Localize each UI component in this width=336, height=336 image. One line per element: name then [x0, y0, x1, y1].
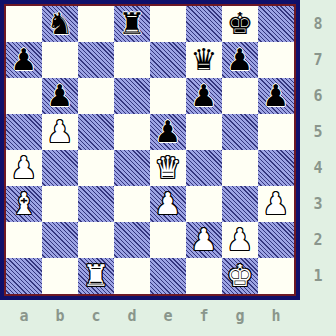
- square-b4[interactable]: [42, 150, 78, 186]
- file-labels: abcdefgh: [6, 300, 294, 336]
- square-e1[interactable]: [150, 258, 186, 294]
- square-f6[interactable]: ♟: [186, 78, 222, 114]
- square-b3[interactable]: [42, 186, 78, 222]
- square-g7[interactable]: ♟: [222, 42, 258, 78]
- square-c1[interactable]: ♜: [78, 258, 114, 294]
- square-e5[interactable]: ♟: [150, 114, 186, 150]
- square-b2[interactable]: [42, 222, 78, 258]
- square-d7[interactable]: [114, 42, 150, 78]
- piece-black-king[interactable]: ♚: [222, 6, 258, 42]
- piece-white-queen[interactable]: ♛: [150, 150, 186, 186]
- piece-white-pawn[interactable]: ♟: [150, 186, 186, 222]
- square-d4[interactable]: [114, 150, 150, 186]
- square-e3[interactable]: ♟: [150, 186, 186, 222]
- piece-white-pawn[interactable]: ♟: [6, 150, 42, 186]
- board-frame: ♞♜♚♟♛♟♟♟♟♟♟♟♛♝♟♟♟♟♜♚: [0, 0, 300, 300]
- piece-white-bishop[interactable]: ♝: [6, 186, 42, 222]
- square-h4[interactable]: [258, 150, 294, 186]
- rank-label-2: 2: [300, 222, 336, 258]
- square-h2[interactable]: [258, 222, 294, 258]
- piece-white-pawn[interactable]: ♟: [42, 114, 78, 150]
- square-a6[interactable]: [6, 78, 42, 114]
- square-f4[interactable]: [186, 150, 222, 186]
- piece-white-pawn[interactable]: ♟: [258, 186, 294, 222]
- square-c7[interactable]: [78, 42, 114, 78]
- file-label-e: e: [150, 300, 186, 336]
- square-c6[interactable]: [78, 78, 114, 114]
- piece-white-rook[interactable]: ♜: [78, 258, 114, 294]
- square-f7[interactable]: ♛: [186, 42, 222, 78]
- piece-white-pawn[interactable]: ♟: [222, 222, 258, 258]
- piece-black-pawn[interactable]: ♟: [258, 78, 294, 114]
- square-g5[interactable]: [222, 114, 258, 150]
- square-a1[interactable]: [6, 258, 42, 294]
- square-b6[interactable]: ♟: [42, 78, 78, 114]
- square-f5[interactable]: [186, 114, 222, 150]
- file-label-h: h: [258, 300, 294, 336]
- file-label-a: a: [6, 300, 42, 336]
- rank-label-4: 4: [300, 150, 336, 186]
- piece-black-pawn[interactable]: ♟: [186, 78, 222, 114]
- square-c5[interactable]: [78, 114, 114, 150]
- square-f8[interactable]: [186, 6, 222, 42]
- square-h5[interactable]: [258, 114, 294, 150]
- square-c4[interactable]: [78, 150, 114, 186]
- square-c8[interactable]: [78, 6, 114, 42]
- square-d5[interactable]: [114, 114, 150, 150]
- rank-label-6: 6: [300, 78, 336, 114]
- square-f3[interactable]: [186, 186, 222, 222]
- piece-black-rook[interactable]: ♜: [114, 6, 150, 42]
- square-h3[interactable]: ♟: [258, 186, 294, 222]
- square-h1[interactable]: [258, 258, 294, 294]
- square-g8[interactable]: ♚: [222, 6, 258, 42]
- square-g3[interactable]: [222, 186, 258, 222]
- rank-label-5: 5: [300, 114, 336, 150]
- square-f1[interactable]: [186, 258, 222, 294]
- square-a5[interactable]: [6, 114, 42, 150]
- square-d6[interactable]: [114, 78, 150, 114]
- piece-black-pawn[interactable]: ♟: [150, 114, 186, 150]
- rank-label-8: 8: [300, 6, 336, 42]
- chess-board: ♞♜♚♟♛♟♟♟♟♟♟♟♛♝♟♟♟♟♜♚: [6, 6, 294, 294]
- square-f2[interactable]: ♟: [186, 222, 222, 258]
- square-b5[interactable]: ♟: [42, 114, 78, 150]
- square-d3[interactable]: [114, 186, 150, 222]
- square-a7[interactable]: ♟: [6, 42, 42, 78]
- square-d1[interactable]: [114, 258, 150, 294]
- rank-label-1: 1: [300, 258, 336, 294]
- square-e6[interactable]: [150, 78, 186, 114]
- square-a2[interactable]: [6, 222, 42, 258]
- square-a3[interactable]: ♝: [6, 186, 42, 222]
- square-a8[interactable]: [6, 6, 42, 42]
- piece-black-queen[interactable]: ♛: [186, 42, 222, 78]
- file-label-d: d: [114, 300, 150, 336]
- file-label-b: b: [42, 300, 78, 336]
- piece-white-king[interactable]: ♚: [222, 258, 258, 294]
- square-h6[interactable]: ♟: [258, 78, 294, 114]
- rank-label-7: 7: [300, 42, 336, 78]
- square-g1[interactable]: ♚: [222, 258, 258, 294]
- square-e2[interactable]: [150, 222, 186, 258]
- square-b1[interactable]: [42, 258, 78, 294]
- square-g2[interactable]: ♟: [222, 222, 258, 258]
- square-a4[interactable]: ♟: [6, 150, 42, 186]
- square-d2[interactable]: [114, 222, 150, 258]
- square-c3[interactable]: [78, 186, 114, 222]
- file-label-g: g: [222, 300, 258, 336]
- square-d8[interactable]: ♜: [114, 6, 150, 42]
- square-e4[interactable]: ♛: [150, 150, 186, 186]
- square-h7[interactable]: [258, 42, 294, 78]
- rank-label-3: 3: [300, 186, 336, 222]
- piece-black-pawn[interactable]: ♟: [222, 42, 258, 78]
- piece-black-pawn[interactable]: ♟: [42, 78, 78, 114]
- file-label-c: c: [78, 300, 114, 336]
- rank-labels: 87654321: [300, 6, 336, 294]
- square-e8[interactable]: [150, 6, 186, 42]
- piece-black-pawn[interactable]: ♟: [6, 42, 42, 78]
- square-g6[interactable]: [222, 78, 258, 114]
- square-g4[interactable]: [222, 150, 258, 186]
- square-b7[interactable]: [42, 42, 78, 78]
- chess-diagram: ♞♜♚♟♛♟♟♟♟♟♟♟♛♝♟♟♟♟♜♚ 87654321 abcdefgh: [0, 0, 336, 336]
- piece-white-pawn[interactable]: ♟: [186, 222, 222, 258]
- square-b8[interactable]: ♞: [42, 6, 78, 42]
- square-c2[interactable]: [78, 222, 114, 258]
- piece-black-knight[interactable]: ♞: [42, 6, 78, 42]
- square-h8[interactable]: [258, 6, 294, 42]
- square-e7[interactable]: [150, 42, 186, 78]
- board-inner-border: ♞♜♚♟♛♟♟♟♟♟♟♟♛♝♟♟♟♟♜♚: [4, 4, 296, 296]
- file-label-f: f: [186, 300, 222, 336]
